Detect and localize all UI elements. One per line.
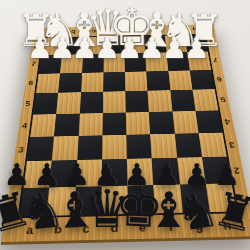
square-g6[interactable] [168,70,192,90]
rank-label-left-4: 4 [20,114,28,137]
square-e6[interactable] [125,71,148,91]
square-e4[interactable] [126,112,151,135]
square-g4[interactable] [172,111,198,134]
square-c4[interactable] [78,113,102,136]
square-e5[interactable] [125,91,149,112]
square-c5[interactable] [79,92,102,113]
rank-label-right-6: 6 [215,69,224,89]
square-h6[interactable] [190,70,215,90]
square-b5[interactable] [56,92,80,113]
square-e3[interactable] [126,134,152,159]
square-b6[interactable] [58,73,81,93]
square-g3[interactable] [174,133,201,158]
rank-label-left-6: 6 [27,73,35,93]
square-f6[interactable] [146,71,170,91]
square-f3[interactable] [150,134,176,159]
rank-label-right-4: 4 [223,110,232,133]
square-f5[interactable] [148,90,172,111]
piece-white-pawn-h7[interactable]: ♟ [184,34,210,63]
square-d6[interactable] [103,72,125,92]
square-h4[interactable] [195,110,222,133]
square-h5[interactable] [192,89,218,110]
square-g5[interactable] [170,90,195,111]
photo-background: abcdefgh 87654321 87654321 abcdefgh ♜♞♝♛… [0,0,250,250]
square-a5[interactable] [33,93,58,115]
square-f4[interactable] [149,111,174,134]
square-c6[interactable] [81,72,104,92]
square-a4[interactable] [30,114,56,137]
rank-label-right-3: 3 [227,133,237,158]
square-a6[interactable] [36,73,60,93]
square-d4[interactable] [102,112,126,135]
square-d5[interactable] [103,91,126,112]
rank-label-right-5: 5 [219,89,228,110]
rank-label-left-5: 5 [24,93,32,114]
square-b4[interactable] [54,113,79,136]
square-h3[interactable] [198,133,226,158]
